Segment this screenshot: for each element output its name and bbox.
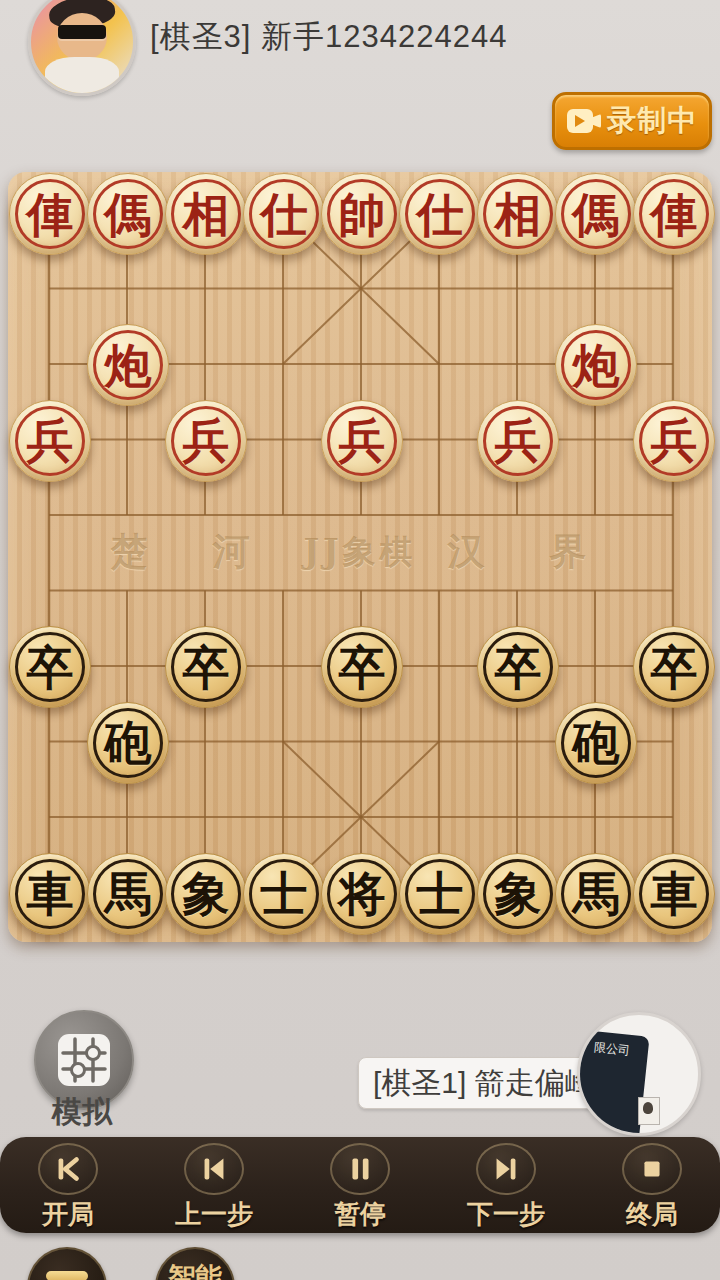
piece-black-卒[interactable]: 卒 bbox=[9, 626, 91, 708]
top-player-bar: [棋圣3] 新手1234224244 bbox=[0, 0, 720, 90]
sunglasses-icon bbox=[58, 25, 106, 39]
piece-red-兵[interactable]: 兵 bbox=[9, 400, 91, 482]
pause-button[interactable]: 暂停 bbox=[324, 1137, 396, 1233]
piece-black-車[interactable]: 車 bbox=[633, 853, 715, 935]
piece-red-傌[interactable]: 傌 bbox=[555, 173, 637, 255]
piece-red-兵[interactable]: 兵 bbox=[477, 400, 559, 482]
previous-step-button[interactable]: 上一步 bbox=[169, 1137, 259, 1233]
piece-red-帥[interactable]: 帥 bbox=[321, 173, 403, 255]
skip-start-icon bbox=[38, 1143, 98, 1195]
pause-icon bbox=[330, 1143, 390, 1195]
end-button[interactable]: 终局 bbox=[616, 1137, 688, 1233]
simulate-label: 模拟 bbox=[34, 1092, 130, 1133]
minus-icon bbox=[46, 1271, 88, 1280]
avatar-jacket bbox=[45, 57, 119, 93]
move-status-text: [棋圣1] 箭走偏峰 bbox=[373, 1063, 595, 1104]
piece-black-象[interactable]: 象 bbox=[165, 853, 247, 935]
piece-red-相[interactable]: 相 bbox=[165, 173, 247, 255]
piece-black-卒[interactable]: 卒 bbox=[633, 626, 715, 708]
opponent-card-text: 限公司 bbox=[593, 1039, 631, 1060]
opponent-photo bbox=[638, 1097, 660, 1125]
piece-red-仕[interactable]: 仕 bbox=[243, 173, 325, 255]
piece-red-炮[interactable]: 炮 bbox=[555, 324, 637, 406]
collapse-button[interactable] bbox=[27, 1247, 107, 1280]
piece-red-俥[interactable]: 俥 bbox=[9, 173, 91, 255]
board-grid bbox=[8, 172, 712, 942]
piece-black-馬[interactable]: 馬 bbox=[555, 853, 637, 935]
piece-black-卒[interactable]: 卒 bbox=[321, 626, 403, 708]
smart-button[interactable]: 智能 bbox=[155, 1247, 235, 1280]
piece-red-炮[interactable]: 炮 bbox=[87, 324, 169, 406]
piece-black-卒[interactable]: 卒 bbox=[477, 626, 559, 708]
xiangqi-board[interactable]: 楚 河 JJ象棋 汉 界 俥傌相仕帥仕相傌俥炮炮兵兵兵兵兵卒卒卒卒卒砲砲車馬象士… bbox=[8, 172, 712, 942]
step-forward-icon bbox=[476, 1143, 536, 1195]
piece-black-車[interactable]: 車 bbox=[9, 853, 91, 935]
player-name: [棋圣3] 新手1234224244 bbox=[150, 16, 508, 58]
player-avatar[interactable] bbox=[28, 0, 136, 96]
opponent-avatar[interactable]: 限公司 bbox=[577, 1012, 701, 1136]
piece-red-傌[interactable]: 傌 bbox=[87, 173, 169, 255]
piece-red-兵[interactable]: 兵 bbox=[165, 400, 247, 482]
start-button[interactable]: 开局 bbox=[32, 1137, 104, 1233]
playback-control-bar: 开局 上一步 暂停 bbox=[0, 1137, 720, 1233]
piece-black-砲[interactable]: 砲 bbox=[87, 702, 169, 784]
step-back-icon bbox=[184, 1143, 244, 1195]
camera-record-icon bbox=[567, 109, 601, 133]
piece-black-士[interactable]: 士 bbox=[399, 853, 481, 935]
stop-icon bbox=[622, 1143, 682, 1195]
piece-red-兵[interactable]: 兵 bbox=[633, 400, 715, 482]
mini-board-icon bbox=[56, 1032, 112, 1088]
recording-button[interactable]: 录制中 bbox=[552, 92, 712, 150]
smart-label: 智能 bbox=[168, 1259, 222, 1280]
piece-black-士[interactable]: 士 bbox=[243, 853, 325, 935]
piece-red-兵[interactable]: 兵 bbox=[321, 400, 403, 482]
piece-red-俥[interactable]: 俥 bbox=[633, 173, 715, 255]
next-step-button[interactable]: 下一步 bbox=[461, 1137, 551, 1233]
piece-red-相[interactable]: 相 bbox=[477, 173, 559, 255]
game-screen: [棋圣3] 新手1234224244 录制中 楚 河 JJ象棋 汉 界 俥傌相仕… bbox=[0, 0, 720, 1280]
piece-black-象[interactable]: 象 bbox=[477, 853, 559, 935]
piece-black-砲[interactable]: 砲 bbox=[555, 702, 637, 784]
piece-red-仕[interactable]: 仕 bbox=[399, 173, 481, 255]
piece-black-卒[interactable]: 卒 bbox=[165, 626, 247, 708]
recording-label: 录制中 bbox=[607, 101, 697, 141]
piece-black-将[interactable]: 将 bbox=[321, 853, 403, 935]
piece-black-馬[interactable]: 馬 bbox=[87, 853, 169, 935]
move-status-box: [棋圣1] 箭走偏峰 bbox=[358, 1057, 610, 1109]
